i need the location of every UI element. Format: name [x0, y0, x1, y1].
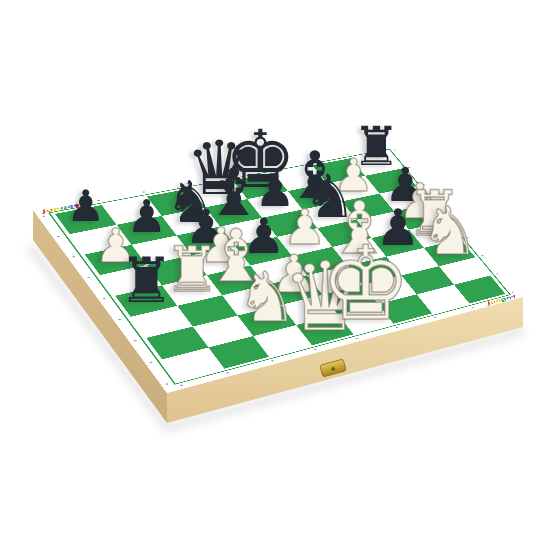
border-dot	[471, 306, 474, 308]
border-dot	[102, 298, 105, 300]
border-dot	[496, 273, 499, 274]
border-dot	[149, 361, 152, 363]
border-dot	[180, 384, 183, 386]
white-king-e1[interactable]: ♚	[320, 233, 412, 335]
border-dot	[118, 319, 121, 321]
border-dot	[72, 256, 75, 258]
border-dot	[165, 383, 168, 385]
white-knight-h3[interactable]: ♞	[420, 198, 480, 265]
border-dot	[434, 316, 437, 318]
chess-set-photo: Junges Junges ♟♛♚♜♟♞♝♟♝♟♟♟♞♟♟♟♟♟♜♜♝♝♟♜♟♞…	[0, 0, 560, 560]
border-dot	[134, 340, 137, 342]
border-dot	[271, 360, 274, 362]
border-dot	[57, 236, 60, 238]
border-dot	[511, 291, 514, 293]
border-dot	[87, 277, 90, 279]
border-dot	[226, 372, 229, 374]
border-dot	[42, 215, 45, 217]
border-dot	[481, 255, 484, 256]
